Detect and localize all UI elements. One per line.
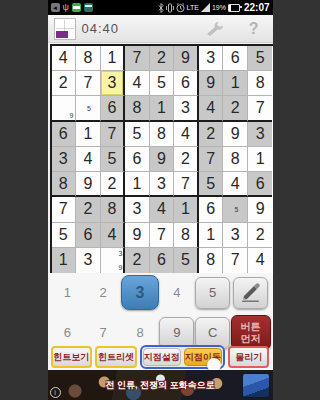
cell-r5c6[interactable]: 2 [174,147,199,172]
keypad: 123456789C버튼먼저 [48,273,273,350]
cell-r2c8[interactable]: 1 [223,71,248,96]
cell-r4c4[interactable]: 5 [125,122,150,147]
cell-r4c8[interactable]: 9 [223,122,248,147]
cell-r9c7[interactable]: 8 [199,248,224,273]
cell-r5c5[interactable]: 9 [150,147,175,172]
cell-r1c4[interactable]: 7 [125,46,150,71]
cell-r3c2[interactable]: 5 [76,96,101,121]
cell-r4c5[interactable]: 8 [150,122,175,147]
game-timer: 04:40 [82,21,120,36]
pencil-mark: 5 [87,105,91,112]
action-bar: 힌트보기 힌트리셋 지점설정 지점이동 물리기 [48,345,273,369]
signal-icon [201,3,210,12]
cell-r8c5[interactable]: 7 [150,223,175,248]
clock: 22:07 [244,2,270,13]
pen-button[interactable] [233,277,268,309]
digit-2-button[interactable]: 2 [100,277,107,308]
cell-r5c9[interactable]: 1 [248,147,273,172]
network-label: LTE [187,4,199,11]
cell-r9c8[interactable]: 7 [223,248,248,273]
pencil-mark: 3 [119,250,123,257]
cell-r8c9[interactable]: 2 [248,223,273,248]
vibrate-icon [166,3,174,13]
cell-r2c2[interactable]: 7 [76,71,101,96]
pencil-mark: 9 [70,112,74,119]
status-bar: ◂ ψ LTE 19% 22:07 [48,0,273,15]
bluetooth-icon [158,3,164,13]
cell-r9c3[interactable]: 39 [101,248,126,273]
cell-r5c8[interactable]: 8 [223,147,248,172]
cell-r8c8[interactable]: 3 [223,223,248,248]
app-header: 04:40 ? [48,15,273,43]
digit-6-button[interactable]: 6 [64,317,71,348]
digit-4-button[interactable]: 4 [173,277,180,308]
clear-button[interactable]: C [195,317,230,349]
hint-show-button[interactable]: 힌트보기 [51,346,93,368]
wrench-icon[interactable] [205,21,227,37]
cell-r8c7[interactable]: 1 [199,223,224,248]
cell-r1c1[interactable]: 4 [52,46,77,71]
cell-r6c3[interactable]: 2 [101,172,126,197]
cell-r2c5[interactable]: 5 [150,71,175,96]
battery-icon [228,4,240,12]
mode-label-line2: 먼저 [241,333,261,345]
cell-r6c7[interactable]: 5 [199,172,224,197]
cell-r3c1[interactable]: 9 [52,96,77,121]
cell-r9c9[interactable]: 4 [248,248,273,273]
digit-5-button[interactable]: 5 [195,277,230,309]
cell-r6c8[interactable]: 4 [223,172,248,197]
checkpoint-set-button[interactable]: 지점설정 [143,348,181,366]
cell-r2c6[interactable]: 6 [174,71,199,96]
cell-r1c6[interactable]: 9 [174,46,199,71]
back-icon: ◂ [51,3,60,12]
messenger-icon [72,3,81,12]
cell-r3c7[interactable]: 4 [199,96,224,121]
cell-r5c2[interactable]: 4 [76,147,101,172]
cell-r9c4[interactable]: 2 [125,248,150,273]
digit-9-button[interactable]: 9 [159,317,194,349]
cell-r4c2[interactable]: 1 [76,122,101,147]
cell-r5c1[interactable]: 3 [52,147,77,172]
cell-r7c8[interactable]: 5 [223,197,248,222]
mode-label-line1: 버튼 [241,321,261,333]
cell-r1c8[interactable]: 6 [223,46,248,71]
ad-info-icon[interactable]: i [50,387,61,398]
cell-r1c5[interactable]: 2 [150,46,175,71]
app-logo-icon [54,18,76,40]
cell-r2c9[interactable]: 8 [248,71,273,96]
cell-r7c2[interactable]: 2 [76,197,101,222]
sudoku-board: 4817293652734569189568134276175842933456… [50,44,273,275]
cell-r1c3[interactable]: 1 [101,46,126,71]
cell-r8c4[interactable]: 9 [125,223,150,248]
cell-r5c3[interactable]: 5 [101,147,126,172]
cell-r9c1[interactable]: 1 [52,248,77,273]
help-icon[interactable]: ? [249,20,259,38]
cell-r1c7[interactable]: 3 [199,46,224,71]
usb-icon: ψ [63,3,69,12]
cell-r2c1[interactable]: 2 [52,71,77,96]
digit-7-button[interactable]: 7 [100,317,107,348]
ad-banner[interactable]: 전 인류, 전쟁의 포화속으로 i [48,370,273,400]
app-notification-icon [84,3,93,12]
phone-screen: ◂ ψ LTE 19% 22:07 04:40 ? 48172936527345… [48,0,273,400]
ad-game-logo [242,373,270,398]
cell-r4c6[interactable]: 4 [174,122,199,147]
cell-r3c8[interactable]: 2 [223,96,248,121]
cell-r4c9[interactable]: 3 [248,122,273,147]
cell-r9c5[interactable]: 6 [150,248,175,273]
cell-r7c9[interactable]: 9 [248,197,273,222]
cell-r4c7[interactable]: 2 [199,122,224,147]
cell-r7c6[interactable]: 1 [174,197,199,222]
pencil-mark: 9 [119,264,123,271]
cell-r6c9[interactable]: 6 [248,172,273,197]
cell-r3c6[interactable]: 3 [174,96,199,121]
cell-r7c1[interactable]: 7 [52,197,77,222]
undo-button[interactable]: 물리기 [228,346,270,368]
cell-r3c3[interactable]: 6 [101,96,126,121]
digit-8-button[interactable]: 8 [136,317,143,348]
alarm-icon [176,3,185,13]
cell-r8c1[interactable]: 5 [52,223,77,248]
cell-r7c4[interactable]: 3 [125,197,150,222]
cell-r6c5[interactable]: 3 [150,172,175,197]
cell-r1c2[interactable]: 8 [76,46,101,71]
pencil-mark: 5 [234,206,238,213]
cell-r2c4[interactable]: 4 [125,71,150,96]
cell-r7c5[interactable]: 4 [150,197,175,222]
battery-percent: 19% [212,4,226,11]
cell-r5c4[interactable]: 6 [125,147,150,172]
digit-3-button[interactable]: 3 [121,275,159,310]
cell-r3c9[interactable]: 7 [248,96,273,121]
cell-r8c6[interactable]: 8 [174,223,199,248]
hint-reset-button[interactable]: 힌트리셋 [95,346,137,368]
cell-r6c2[interactable]: 9 [76,172,101,197]
cell-r6c1[interactable]: 8 [52,172,77,197]
cell-r6c4[interactable]: 1 [125,172,150,197]
digit-1-button[interactable]: 1 [64,277,71,308]
cell-r9c2[interactable]: 3 [76,248,101,273]
cell-r8c2[interactable]: 6 [76,223,101,248]
cell-r4c1[interactable]: 6 [52,122,77,147]
ad-text: 전 인류, 전쟁의 포화속으로 [105,379,214,392]
cell-r2c7[interactable]: 9 [199,71,224,96]
cell-r9c6[interactable]: 5 [174,248,199,273]
cell-r2c3[interactable]: 3 [101,71,126,96]
cell-r3c5[interactable]: 1 [150,96,175,121]
cell-r3c4[interactable]: 8 [125,96,150,121]
cell-r5c7[interactable]: 7 [199,147,224,172]
cell-r4c3[interactable]: 7 [101,122,126,147]
cell-r7c7[interactable]: 6 [199,197,224,222]
cell-r8c3[interactable]: 4 [101,223,126,248]
cell-r6c6[interactable]: 7 [174,172,199,197]
checkpoint-group: 지점설정 지점이동 [140,345,225,369]
pen-icon [240,283,262,303]
cell-r1c9[interactable]: 5 [248,46,273,71]
cell-r7c3[interactable]: 8 [101,197,126,222]
